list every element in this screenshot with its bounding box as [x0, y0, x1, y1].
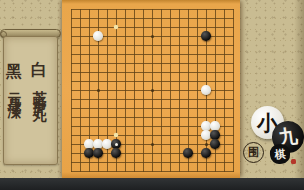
star-point [151, 35, 154, 38]
star-point [151, 143, 154, 146]
stone-black [183, 148, 192, 157]
logo-char-3: 围 [248, 145, 259, 160]
black-player-column: 黑 元晟溱 [6, 50, 22, 99]
stone-black [93, 148, 102, 157]
stone-white [201, 130, 210, 139]
white-player-column: 白 芝野虎丸 [31, 48, 47, 103]
video-frame: 白 芝野虎丸 黑 元晟溱 小 九 围 棋 [0, 0, 304, 190]
stone-black [210, 130, 219, 139]
logo-char-4: 棋 [274, 146, 287, 162]
white-player-name: 芝野虎丸 [32, 79, 46, 103]
stone-white [84, 139, 93, 148]
black-player-name: 元晟溱 [7, 81, 21, 99]
star-point [151, 89, 154, 92]
stone-white [93, 139, 102, 148]
stone-white [102, 139, 111, 148]
stone-black [201, 31, 210, 40]
right-edge-shadow [294, 0, 304, 178]
logo-ring: 围 [243, 142, 264, 163]
stone-black [111, 148, 120, 157]
stone-white [201, 85, 210, 94]
last-move-marker [115, 143, 118, 146]
go-board [62, 0, 240, 178]
highlight-dot-marker [114, 133, 117, 136]
star-point [97, 89, 100, 92]
stone-white [201, 121, 210, 130]
black-label: 黑 [6, 50, 22, 54]
logo-seal-icon [291, 159, 296, 164]
stone-black [84, 148, 93, 157]
white-label: 白 [31, 48, 47, 52]
highlight-dot-marker [114, 25, 117, 28]
logo-square: 棋 [269, 143, 291, 165]
stone-white [93, 31, 102, 40]
player-names-panel: 白 芝野虎丸 黑 元晟溱 [3, 36, 58, 165]
video-control-bar[interactable] [0, 178, 304, 190]
stone-black [210, 139, 219, 148]
star-point [205, 143, 208, 146]
stone-white [210, 121, 219, 130]
stone-black [201, 148, 210, 157]
